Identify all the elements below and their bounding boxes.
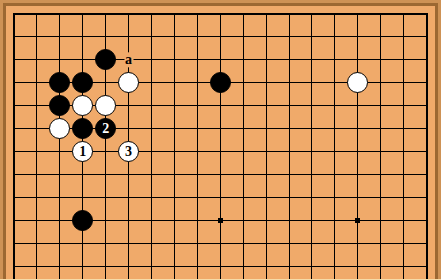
go-diagram: a213 [0,0,441,280]
black-stone [72,118,93,139]
intersection-19-5 [415,94,438,117]
star-point [218,218,223,223]
intersection-4-12 [71,255,94,278]
intersection-17-3 [369,48,392,71]
intersection-10-8 [209,163,232,186]
intersection-4-11 [71,232,94,255]
intersection-4-7: 1 [71,140,94,163]
intersection-5-6: 2 [94,117,117,140]
intersection-17-1 [369,3,392,26]
intersection-1-2 [3,25,26,48]
intersection-3-3 [48,48,71,71]
white-stone [118,72,139,93]
intersection-2-3 [25,48,48,71]
intersection-6-11 [117,232,140,255]
intersection-12-4 [255,71,278,94]
intersection-3-6 [48,117,71,140]
intersection-8-9 [163,186,186,209]
intersection-15-12 [323,255,346,278]
intersection-4-10 [71,209,94,232]
intersection-3-11 [48,232,71,255]
intersection-9-10 [186,209,209,232]
intersection-19-6 [415,117,438,140]
intersection-4-2 [71,25,94,48]
intersection-12-9 [255,186,278,209]
intersection-3-2 [48,25,71,48]
intersection-7-8 [140,163,163,186]
intersection-16-5 [346,94,369,117]
intersection-13-8 [278,163,301,186]
intersection-13-1 [278,3,301,26]
intersection-16-10 [346,209,369,232]
intersection-17-12 [369,255,392,278]
intersection-10-1 [209,3,232,26]
intersection-12-5 [255,94,278,117]
intersection-9-3 [186,48,209,71]
intersection-19-4 [415,71,438,94]
intersection-17-11 [369,232,392,255]
intersection-10-4 [209,71,232,94]
intersection-3-9 [48,186,71,209]
intersection-11-6 [232,117,255,140]
intersection-6-8 [117,163,140,186]
intersection-5-5 [94,94,117,117]
intersection-6-5 [117,94,140,117]
black-stone [49,95,70,116]
intersection-15-7 [323,140,346,163]
intersection-8-2 [163,25,186,48]
goban: a213 [3,3,439,280]
intersection-16-8 [346,163,369,186]
intersection-2-2 [25,25,48,48]
intersection-5-11 [94,232,117,255]
intersection-14-12 [301,255,324,278]
intersection-14-8 [301,163,324,186]
intersection-15-10 [323,209,346,232]
intersection-12-3 [255,48,278,71]
intersection-8-10 [163,209,186,232]
intersection-19-3 [415,48,438,71]
intersection-10-7 [209,140,232,163]
intersection-14-9 [301,186,324,209]
star-point [355,218,360,223]
intersection-5-7 [94,140,117,163]
black-stone-move-2: 2 [95,118,116,139]
intersection-10-11 [209,232,232,255]
intersection-8-6 [163,117,186,140]
intersection-16-4 [346,71,369,94]
intersection-10-9 [209,186,232,209]
intersection-2-12 [25,255,48,278]
intersection-1-11 [3,232,26,255]
intersection-12-12 [255,255,278,278]
intersection-17-4 [369,71,392,94]
intersection-7-5 [140,94,163,117]
intersection-5-12 [94,255,117,278]
intersection-9-1 [186,3,209,26]
intersection-11-3 [232,48,255,71]
intersection-17-8 [369,163,392,186]
intersection-19-11 [415,232,438,255]
intersection-13-11 [278,232,301,255]
intersection-7-2 [140,25,163,48]
black-stone [210,72,231,93]
intersection-2-6 [25,117,48,140]
intersection-15-9 [323,186,346,209]
intersection-4-5 [71,94,94,117]
intersection-11-10 [232,209,255,232]
intersection-18-10 [392,209,415,232]
intersection-7-4 [140,71,163,94]
white-stone [347,72,368,93]
intersection-19-12 [415,255,438,278]
intersection-9-6 [186,117,209,140]
intersection-1-10 [3,209,26,232]
intersection-17-6 [369,117,392,140]
intersection-4-9 [71,186,94,209]
intersection-9-9 [186,186,209,209]
intersection-11-7 [232,140,255,163]
intersection-1-4 [3,71,26,94]
intersection-13-12 [278,255,301,278]
intersection-3-4 [48,71,71,94]
intersection-12-2 [255,25,278,48]
intersection-8-11 [163,232,186,255]
intersection-16-7 [346,140,369,163]
intersection-15-1 [323,3,346,26]
intersection-4-3 [71,48,94,71]
intersection-10-10 [209,209,232,232]
intersection-16-11 [346,232,369,255]
intersection-1-7 [3,140,26,163]
intersection-4-6 [71,117,94,140]
intersection-8-8 [163,163,186,186]
intersection-12-7 [255,140,278,163]
intersection-11-12 [232,255,255,278]
intersection-10-6 [209,117,232,140]
intersection-11-9 [232,186,255,209]
intersection-19-10 [415,209,438,232]
intersection-11-4 [232,71,255,94]
intersection-14-7 [301,140,324,163]
intersection-11-11 [232,232,255,255]
intersection-6-10 [117,209,140,232]
intersection-6-9 [117,186,140,209]
intersection-7-1 [140,3,163,26]
intersection-18-7 [392,140,415,163]
intersection-17-9 [369,186,392,209]
intersection-4-4 [71,71,94,94]
intersection-16-6 [346,117,369,140]
intersection-7-10 [140,209,163,232]
intersection-8-7 [163,140,186,163]
intersection-12-1 [255,3,278,26]
intersection-19-8 [415,163,438,186]
intersection-10-2 [209,25,232,48]
intersection-6-6 [117,117,140,140]
intersection-4-1 [71,3,94,26]
intersection-1-6 [3,117,26,140]
intersection-16-12 [346,255,369,278]
intersection-18-11 [392,232,415,255]
intersection-11-1 [232,3,255,26]
intersection-6-2 [117,25,140,48]
intersection-3-5 [48,94,71,117]
intersection-2-1 [25,3,48,26]
intersection-8-3 [163,48,186,71]
intersection-8-4 [163,71,186,94]
intersection-15-6 [323,117,346,140]
intersection-19-7 [415,140,438,163]
intersection-10-5 [209,94,232,117]
intersection-2-9 [25,186,48,209]
intersection-12-10 [255,209,278,232]
intersection-10-3 [209,48,232,71]
intersection-6-12 [117,255,140,278]
black-stone [72,72,93,93]
intersection-2-4 [25,71,48,94]
intersection-5-9 [94,186,117,209]
intersection-1-9 [3,186,26,209]
black-stone [95,49,116,70]
intersection-18-6 [392,117,415,140]
intersection-15-5 [323,94,346,117]
intersection-1-1 [3,3,26,26]
intersection-6-7: 3 [117,140,140,163]
intersection-3-7 [48,140,71,163]
intersection-5-8 [94,163,117,186]
intersection-13-10 [278,209,301,232]
intersection-12-6 [255,117,278,140]
intersection-3-12 [48,255,71,278]
intersection-2-10 [25,209,48,232]
intersection-1-5 [3,94,26,117]
intersection-15-2 [323,25,346,48]
intersection-19-2 [415,25,438,48]
intersection-18-8 [392,163,415,186]
black-stone [49,72,70,93]
intersection-18-9 [392,186,415,209]
intersection-17-2 [369,25,392,48]
intersection-7-6 [140,117,163,140]
intersection-10-12 [209,255,232,278]
intersection-8-5 [163,94,186,117]
intersection-9-12 [186,255,209,278]
intersection-1-12 [3,255,26,278]
intersection-8-1 [163,3,186,26]
intersection-5-3 [94,48,117,71]
intersection-13-3 [278,48,301,71]
intersection-7-3 [140,48,163,71]
intersection-13-9 [278,186,301,209]
intersection-9-11 [186,232,209,255]
intersection-14-10 [301,209,324,232]
black-stone [72,210,93,231]
intersection-14-11 [301,232,324,255]
intersection-12-11 [255,232,278,255]
intersection-18-5 [392,94,415,117]
intersection-16-3 [346,48,369,71]
intersection-18-3 [392,48,415,71]
intersection-14-3 [301,48,324,71]
intersection-15-11 [323,232,346,255]
intersection-2-7 [25,140,48,163]
intersection-14-6 [301,117,324,140]
intersection-4-8 [71,163,94,186]
intersection-7-12 [140,255,163,278]
intersection-17-10 [369,209,392,232]
intersection-15-8 [323,163,346,186]
intersection-5-2 [94,25,117,48]
intersection-16-2 [346,25,369,48]
intersection-2-5 [25,94,48,117]
white-stone [95,95,116,116]
intersection-15-4 [323,71,346,94]
intersection-7-9 [140,186,163,209]
intersection-2-11 [25,232,48,255]
intersection-5-4 [94,71,117,94]
intersection-13-5 [278,94,301,117]
intersection-2-8 [25,163,48,186]
point-label-a: a [124,52,133,67]
intersection-9-8 [186,163,209,186]
intersection-3-10 [48,209,71,232]
intersection-9-4 [186,71,209,94]
intersection-6-3: a [117,48,140,71]
intersection-14-4 [301,71,324,94]
intersection-17-7 [369,140,392,163]
intersection-1-3 [3,48,26,71]
intersection-13-2 [278,25,301,48]
intersection-13-4 [278,71,301,94]
white-stone [72,95,93,116]
intersection-19-1 [415,3,438,26]
intersection-18-4 [392,71,415,94]
intersection-7-7 [140,140,163,163]
intersection-16-9 [346,186,369,209]
intersection-14-2 [301,25,324,48]
white-stone [49,118,70,139]
intersection-15-3 [323,48,346,71]
intersection-9-5 [186,94,209,117]
intersection-6-1 [117,3,140,26]
white-stone-move-3: 3 [118,141,139,162]
intersection-5-1 [94,3,117,26]
intersection-14-1 [301,3,324,26]
intersection-12-8 [255,163,278,186]
intersection-3-8 [48,163,71,186]
intersection-7-11 [140,232,163,255]
intersection-1-8 [3,163,26,186]
intersection-11-8 [232,163,255,186]
intersection-14-5 [301,94,324,117]
intersection-3-1 [48,3,71,26]
intersection-9-7 [186,140,209,163]
intersection-19-9 [415,186,438,209]
intersection-13-7 [278,140,301,163]
intersection-13-6 [278,117,301,140]
intersection-16-1 [346,3,369,26]
intersection-5-10 [94,209,117,232]
intersection-11-5 [232,94,255,117]
white-stone-move-1: 1 [72,141,93,162]
intersection-18-2 [392,25,415,48]
intersection-18-1 [392,3,415,26]
intersection-17-5 [369,94,392,117]
intersection-18-12 [392,255,415,278]
intersection-9-2 [186,25,209,48]
intersection-11-2 [232,25,255,48]
intersection-8-12 [163,255,186,278]
intersection-6-4 [117,71,140,94]
